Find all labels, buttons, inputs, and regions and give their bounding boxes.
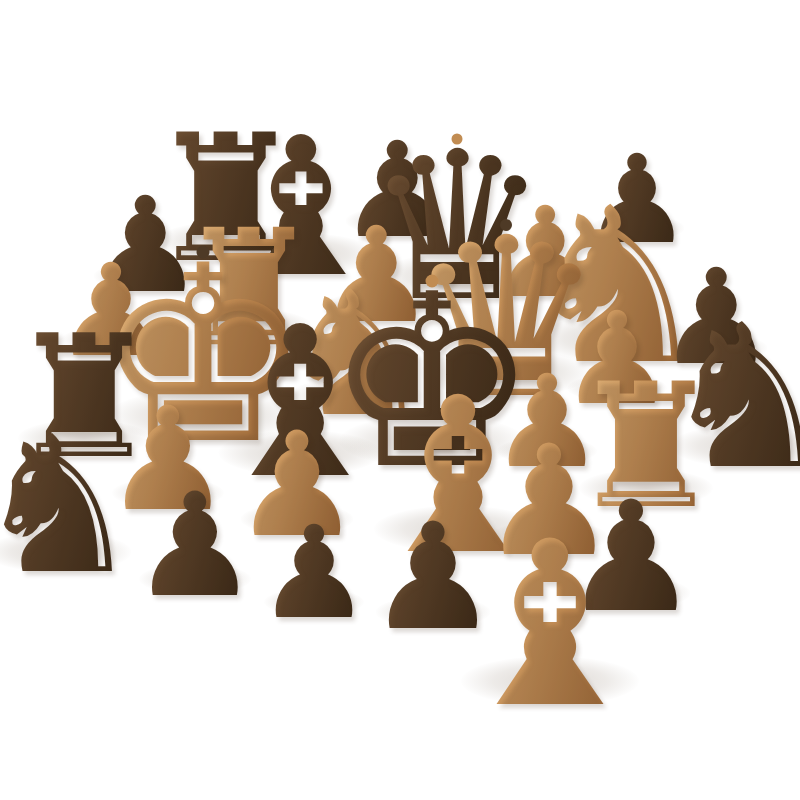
light-king-finial	[197, 245, 210, 258]
chess-set-product-photo: ♜♝♟♟♛♟♟♞♜♞♚♝♟♟♟♟♟♜♚♟♛♟♞♞♟♜♟♝♟♟♟♝	[0, 0, 800, 800]
piece-light-bishop-2: ♝	[448, 512, 652, 740]
light-queen-finial	[500, 219, 512, 231]
dark-king-finial	[426, 274, 439, 287]
piece-dark-pawn-6: ♟	[257, 509, 372, 637]
dark-queen-finial	[452, 133, 463, 144]
piece-dark-knight-2: ♞	[0, 412, 143, 601]
piece-dark-pawn-5: ♟	[131, 474, 259, 617]
